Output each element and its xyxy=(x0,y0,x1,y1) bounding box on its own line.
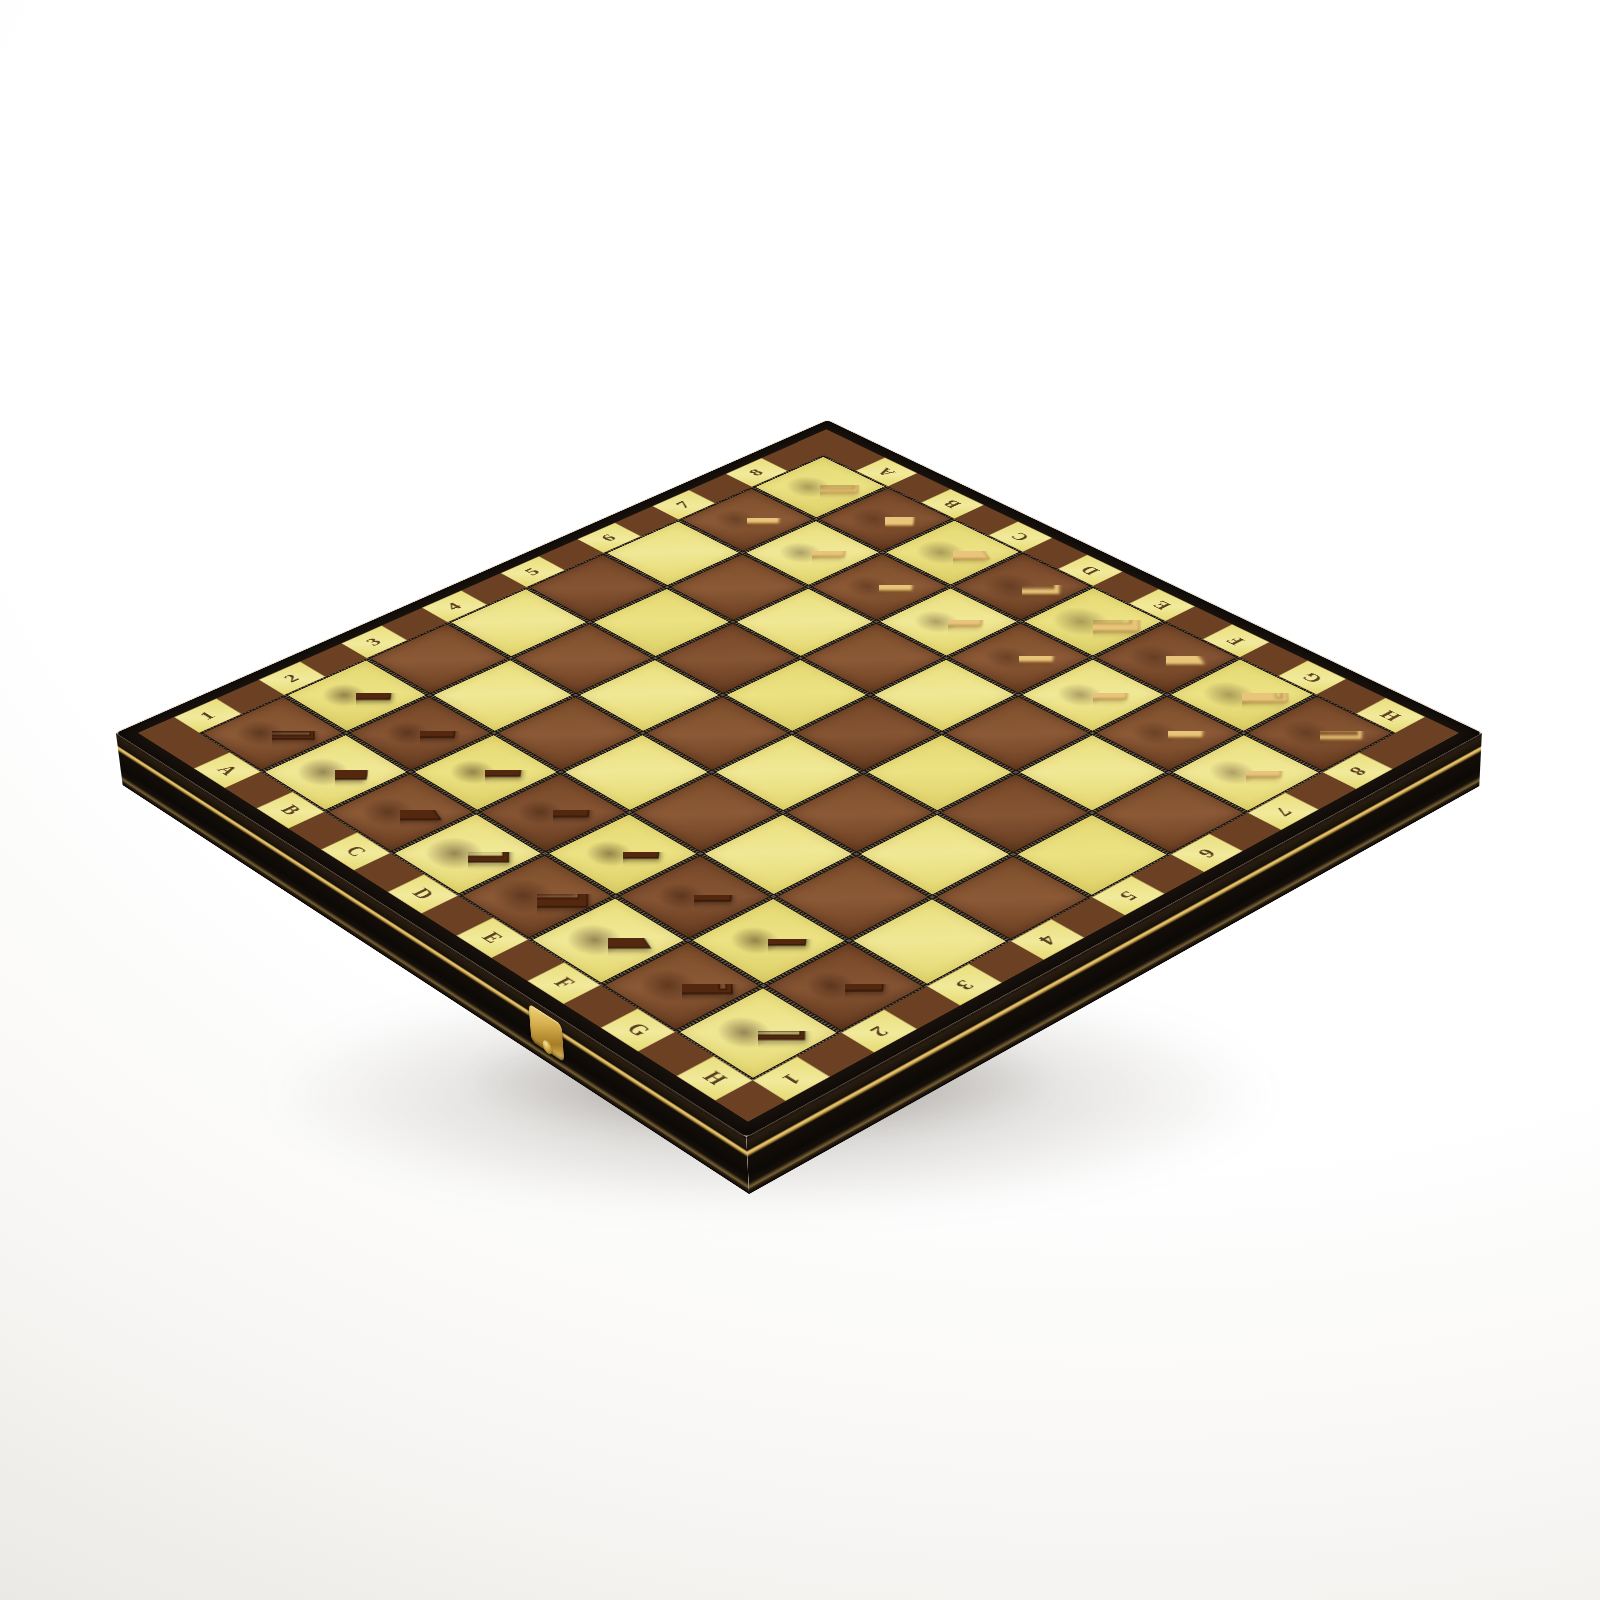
rank-label-5-left-text: 5 xyxy=(521,566,545,578)
brass-latch xyxy=(528,1003,564,1062)
photo-background: AA88BB77CC66DD55EE44FF33GG22HH11♜♞♝♛♚♝♞♜… xyxy=(0,0,1600,1600)
rank-label-6-left-text: 6 xyxy=(597,532,621,544)
rank-label-7-right-text: 7 xyxy=(1269,804,1297,819)
